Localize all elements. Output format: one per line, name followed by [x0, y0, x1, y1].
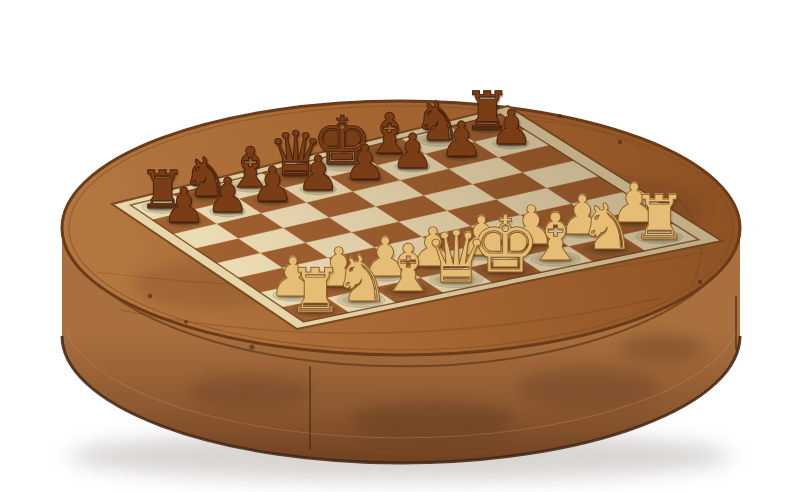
- chess-set-photo: ♜♞♟♝♟♚♟♛♟♝♟♞♟♜♟♟♟♟♜♟♞♟♝♟♚♟♛♟♝♟♞♜: [0, 0, 800, 492]
- wooden-box-graphic: [0, 0, 800, 492]
